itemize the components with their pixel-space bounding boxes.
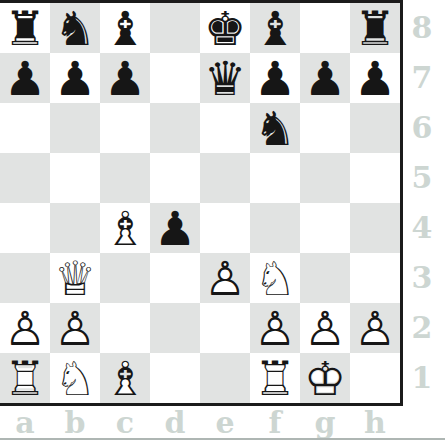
square-g1[interactable]: ♚♔ xyxy=(300,353,350,403)
file-label-b: b xyxy=(50,406,100,437)
piece-outline: ♖ xyxy=(250,353,300,403)
file-label-g: g xyxy=(300,406,350,437)
file-label-c: c xyxy=(100,406,150,437)
black-rook: ♜ xyxy=(350,3,400,53)
square-a2[interactable]: ♟♙ xyxy=(0,303,50,353)
white-pawn: ♟♙ xyxy=(300,303,350,353)
piece-outline: ♙ xyxy=(250,303,300,353)
black-queen: ♛ xyxy=(200,53,250,103)
square-d2[interactable] xyxy=(150,303,200,353)
white-rook: ♜♖ xyxy=(0,353,50,403)
square-e4[interactable] xyxy=(200,203,250,253)
square-d7[interactable] xyxy=(150,53,200,103)
bottom-rule xyxy=(0,438,445,440)
white-knight: ♞♘ xyxy=(250,253,300,303)
piece-outline: ♙ xyxy=(50,303,100,353)
white-pawn: ♟♙ xyxy=(250,303,300,353)
piece-outline: ♕ xyxy=(50,253,100,303)
square-d4[interactable]: ♟ xyxy=(150,203,200,253)
square-c7[interactable]: ♟ xyxy=(100,53,150,103)
square-f5[interactable] xyxy=(250,153,300,203)
white-rook: ♜♖ xyxy=(250,353,300,403)
black-bishop: ♝ xyxy=(100,3,150,53)
square-g6[interactable] xyxy=(300,103,350,153)
white-bishop: ♝♗ xyxy=(100,203,150,253)
square-h4[interactable] xyxy=(350,203,400,253)
square-h5[interactable] xyxy=(350,153,400,203)
square-h7[interactable]: ♟ xyxy=(350,53,400,103)
square-a5[interactable] xyxy=(0,153,50,203)
black-pawn: ♟ xyxy=(350,53,400,103)
square-b2[interactable]: ♟♙ xyxy=(50,303,100,353)
black-pawn: ♟ xyxy=(0,53,50,103)
square-b3[interactable]: ♛♕ xyxy=(50,253,100,303)
white-pawn: ♟♙ xyxy=(50,303,100,353)
black-knight: ♞ xyxy=(50,3,100,53)
square-b4[interactable] xyxy=(50,203,100,253)
square-h1[interactable] xyxy=(350,353,400,403)
square-a4[interactable] xyxy=(0,203,50,253)
square-b5[interactable] xyxy=(50,153,100,203)
square-b1[interactable]: ♞♘ xyxy=(50,353,100,403)
square-g4[interactable] xyxy=(300,203,350,253)
square-d6[interactable] xyxy=(150,103,200,153)
file-label-f: f xyxy=(250,406,300,437)
piece-outline: ♙ xyxy=(0,303,50,353)
square-h3[interactable] xyxy=(350,253,400,303)
square-b6[interactable] xyxy=(50,103,100,153)
rank-label-2: 2 xyxy=(403,303,441,353)
square-d8[interactable] xyxy=(150,3,200,53)
square-g3[interactable] xyxy=(300,253,350,303)
black-king: ♚ xyxy=(200,3,250,53)
square-b7[interactable]: ♟ xyxy=(50,53,100,103)
file-label-h: h xyxy=(350,406,400,437)
chess-board: ♜♞♝♚♝♜♟♟♟♛♟♟♟♞♝♗♟♛♕♟♙♞♘♟♙♟♙♟♙♟♙♟♙♜♖♞♘♝♗♜… xyxy=(0,0,403,406)
square-e3[interactable]: ♟♙ xyxy=(200,253,250,303)
piece-outline: ♙ xyxy=(350,303,400,353)
white-king: ♚♔ xyxy=(300,353,350,403)
square-g7[interactable]: ♟ xyxy=(300,53,350,103)
rank-label-3: 3 xyxy=(403,253,441,303)
white-queen: ♛♕ xyxy=(50,253,100,303)
square-c5[interactable] xyxy=(100,153,150,203)
square-f8[interactable]: ♝ xyxy=(250,3,300,53)
square-h6[interactable] xyxy=(350,103,400,153)
black-bishop: ♝ xyxy=(250,3,300,53)
square-d1[interactable] xyxy=(150,353,200,403)
square-c2[interactable] xyxy=(100,303,150,353)
square-a8[interactable]: ♜ xyxy=(0,3,50,53)
white-knight: ♞♘ xyxy=(50,353,100,403)
square-d5[interactable] xyxy=(150,153,200,203)
rank-labels: 87654321 xyxy=(403,3,441,403)
square-d3[interactable] xyxy=(150,253,200,303)
file-label-a: a xyxy=(0,406,50,437)
piece-outline: ♙ xyxy=(200,253,250,303)
square-c1[interactable]: ♝♗ xyxy=(100,353,150,403)
rank-label-7: 7 xyxy=(403,53,441,103)
square-c8[interactable]: ♝ xyxy=(100,3,150,53)
square-g2[interactable]: ♟♙ xyxy=(300,303,350,353)
black-pawn: ♟ xyxy=(150,203,200,253)
square-h2[interactable]: ♟♙ xyxy=(350,303,400,353)
black-pawn: ♟ xyxy=(250,53,300,103)
square-e6[interactable] xyxy=(200,103,250,153)
square-a3[interactable] xyxy=(0,253,50,303)
rank-label-5: 5 xyxy=(403,153,441,203)
black-pawn: ♟ xyxy=(300,53,350,103)
piece-outline: ♔ xyxy=(300,353,350,403)
piece-outline: ♙ xyxy=(300,303,350,353)
file-labels: abcdefgh xyxy=(0,406,400,437)
square-a1[interactable]: ♜♖ xyxy=(0,353,50,403)
square-e2[interactable] xyxy=(200,303,250,353)
square-c3[interactable] xyxy=(100,253,150,303)
square-e1[interactable] xyxy=(200,353,250,403)
square-f3[interactable]: ♞♘ xyxy=(250,253,300,303)
square-a7[interactable]: ♟ xyxy=(0,53,50,103)
white-pawn: ♟♙ xyxy=(200,253,250,303)
square-f7[interactable]: ♟ xyxy=(250,53,300,103)
piece-outline: ♘ xyxy=(250,253,300,303)
chess-diagram: ♜♞♝♚♝♜♟♟♟♛♟♟♟♞♝♗♟♛♕♟♙♞♘♟♙♟♙♟♙♟♙♟♙♜♖♞♘♝♗♜… xyxy=(0,0,445,444)
file-label-d: d xyxy=(150,406,200,437)
file-label-e: e xyxy=(200,406,250,437)
square-f1[interactable]: ♜♖ xyxy=(250,353,300,403)
rank-label-4: 4 xyxy=(403,203,441,253)
square-c6[interactable] xyxy=(100,103,150,153)
square-e8[interactable]: ♚ xyxy=(200,3,250,53)
square-a6[interactable] xyxy=(0,103,50,153)
square-f6[interactable]: ♞ xyxy=(250,103,300,153)
square-b8[interactable]: ♞ xyxy=(50,3,100,53)
piece-outline: ♖ xyxy=(0,353,50,403)
piece-outline: ♘ xyxy=(50,353,100,403)
square-h8[interactable]: ♜ xyxy=(350,3,400,53)
square-e7[interactable]: ♛ xyxy=(200,53,250,103)
square-f2[interactable]: ♟♙ xyxy=(250,303,300,353)
square-c4[interactable]: ♝♗ xyxy=(100,203,150,253)
rank-label-8: 8 xyxy=(403,3,441,53)
white-pawn: ♟♙ xyxy=(0,303,50,353)
square-g5[interactable] xyxy=(300,153,350,203)
black-pawn: ♟ xyxy=(50,53,100,103)
square-e5[interactable] xyxy=(200,153,250,203)
square-f4[interactable] xyxy=(250,203,300,253)
piece-outline: ♗ xyxy=(100,353,150,403)
black-pawn: ♟ xyxy=(100,53,150,103)
white-pawn: ♟♙ xyxy=(350,303,400,353)
rank-label-6: 6 xyxy=(403,103,441,153)
square-g8[interactable] xyxy=(300,3,350,53)
piece-outline: ♗ xyxy=(100,203,150,253)
rank-label-1: 1 xyxy=(403,353,441,403)
white-bishop: ♝♗ xyxy=(100,353,150,403)
black-knight: ♞ xyxy=(250,103,300,153)
black-rook: ♜ xyxy=(0,3,50,53)
